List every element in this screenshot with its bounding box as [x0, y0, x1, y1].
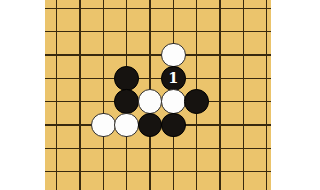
black-stone — [161, 113, 186, 138]
intersection-3-2[interactable] — [115, 43, 138, 66]
intersection-6-4[interactable] — [185, 90, 208, 113]
intersection-3-6[interactable] — [115, 137, 138, 160]
intersection-1-4[interactable] — [68, 90, 91, 113]
intersection-8-8[interactable] — [232, 183, 255, 190]
intersection-2-3[interactable] — [92, 67, 115, 90]
intersection-1-1[interactable] — [68, 20, 91, 43]
diagram-page: 1 — [0, 0, 320, 190]
intersection-8-6[interactable] — [232, 137, 255, 160]
board-grid: 1 — [45, 0, 271, 190]
intersection-2-6[interactable] — [92, 137, 115, 160]
intersection-1-0[interactable] — [68, 0, 91, 20]
intersection-1-7[interactable] — [68, 160, 91, 183]
intersection-6-5[interactable] — [185, 113, 208, 136]
intersection-8-4[interactable] — [232, 90, 255, 113]
intersection-5-8[interactable] — [162, 183, 185, 190]
intersection-9-7[interactable] — [255, 160, 271, 183]
intersection-9-5[interactable] — [255, 113, 271, 136]
intersection-6-3[interactable] — [185, 67, 208, 90]
intersection-4-0[interactable] — [138, 0, 161, 20]
intersection-1-6[interactable] — [68, 137, 91, 160]
intersection-5-6[interactable] — [162, 137, 185, 160]
intersection-4-2[interactable] — [138, 43, 161, 66]
intersection-6-7[interactable] — [185, 160, 208, 183]
intersection-7-7[interactable] — [208, 160, 231, 183]
intersection-5-3[interactable]: 1 — [162, 67, 185, 90]
intersection-7-8[interactable] — [208, 183, 231, 190]
intersection-1-5[interactable] — [68, 113, 91, 136]
intersection-0-2[interactable] — [45, 43, 68, 66]
intersection-7-3[interactable] — [208, 67, 231, 90]
intersection-3-4[interactable] — [115, 90, 138, 113]
intersection-7-5[interactable] — [208, 113, 231, 136]
intersection-3-3[interactable] — [115, 67, 138, 90]
intersection-2-4[interactable] — [92, 90, 115, 113]
intersection-1-8[interactable] — [68, 183, 91, 190]
intersection-2-7[interactable] — [92, 160, 115, 183]
intersection-7-0[interactable] — [208, 0, 231, 20]
intersection-7-2[interactable] — [208, 43, 231, 66]
intersection-8-1[interactable] — [232, 20, 255, 43]
intersection-3-5[interactable] — [115, 113, 138, 136]
intersection-6-0[interactable] — [185, 0, 208, 20]
intersection-0-0[interactable] — [45, 0, 68, 20]
intersection-2-8[interactable] — [92, 183, 115, 190]
intersection-0-1[interactable] — [45, 20, 68, 43]
intersection-1-3[interactable] — [68, 67, 91, 90]
intersection-5-1[interactable] — [162, 20, 185, 43]
intersection-9-6[interactable] — [255, 137, 271, 160]
black-stone — [114, 66, 139, 91]
intersection-0-5[interactable] — [45, 113, 68, 136]
white-stone — [161, 43, 186, 68]
black-stone — [184, 89, 209, 114]
intersection-2-5[interactable] — [92, 113, 115, 136]
intersection-7-4[interactable] — [208, 90, 231, 113]
black-stone: 1 — [161, 66, 186, 91]
intersection-6-2[interactable] — [185, 43, 208, 66]
intersection-9-3[interactable] — [255, 67, 271, 90]
intersection-4-5[interactable] — [138, 113, 161, 136]
intersection-5-7[interactable] — [162, 160, 185, 183]
intersection-4-6[interactable] — [138, 137, 161, 160]
intersection-8-3[interactable] — [232, 67, 255, 90]
intersection-0-6[interactable] — [45, 137, 68, 160]
intersection-0-3[interactable] — [45, 67, 68, 90]
white-stone — [161, 89, 186, 114]
intersection-7-6[interactable] — [208, 137, 231, 160]
intersection-8-0[interactable] — [232, 0, 255, 20]
intersection-5-5[interactable] — [162, 113, 185, 136]
intersection-4-7[interactable] — [138, 160, 161, 183]
intersection-7-1[interactable] — [208, 20, 231, 43]
intersection-5-0[interactable] — [162, 0, 185, 20]
intersection-8-5[interactable] — [232, 113, 255, 136]
black-stone — [138, 113, 163, 138]
intersection-2-2[interactable] — [92, 43, 115, 66]
intersection-2-0[interactable] — [92, 0, 115, 20]
intersection-8-2[interactable] — [232, 43, 255, 66]
intersection-6-6[interactable] — [185, 137, 208, 160]
intersection-0-7[interactable] — [45, 160, 68, 183]
intersection-4-8[interactable] — [138, 183, 161, 190]
intersection-3-1[interactable] — [115, 20, 138, 43]
intersection-5-4[interactable] — [162, 90, 185, 113]
intersection-8-7[interactable] — [232, 160, 255, 183]
intersection-3-0[interactable] — [115, 0, 138, 20]
intersection-9-4[interactable] — [255, 90, 271, 113]
intersection-6-8[interactable] — [185, 183, 208, 190]
intersection-4-3[interactable] — [138, 67, 161, 90]
intersection-1-2[interactable] — [68, 43, 91, 66]
white-stone — [91, 113, 116, 138]
move-number-label: 1 — [168, 71, 178, 86]
intersection-9-0[interactable] — [255, 0, 271, 20]
intersection-4-4[interactable] — [138, 90, 161, 113]
intersection-9-1[interactable] — [255, 20, 271, 43]
white-stone — [138, 89, 163, 114]
intersection-0-8[interactable] — [45, 183, 68, 190]
intersection-6-1[interactable] — [185, 20, 208, 43]
intersection-0-4[interactable] — [45, 90, 68, 113]
intersection-9-2[interactable] — [255, 43, 271, 66]
intersection-4-1[interactable] — [138, 20, 161, 43]
go-board: 1 — [45, 0, 271, 190]
intersection-3-7[interactable] — [115, 160, 138, 183]
intersection-3-8[interactable] — [115, 183, 138, 190]
intersection-2-1[interactable] — [92, 20, 115, 43]
black-stone — [114, 89, 139, 114]
intersection-5-2[interactable] — [162, 43, 185, 66]
white-stone — [114, 113, 139, 138]
intersection-9-8[interactable] — [255, 183, 271, 190]
